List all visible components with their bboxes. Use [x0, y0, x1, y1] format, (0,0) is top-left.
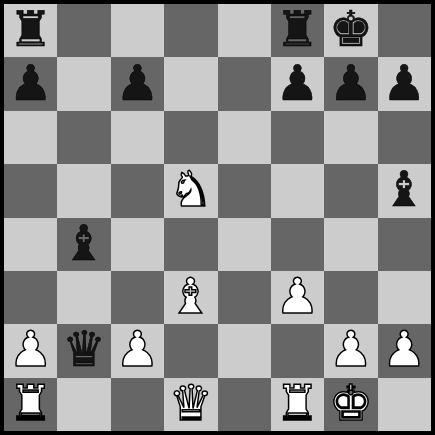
piece-white-pawn-g2[interactable]: ♟	[329, 325, 373, 374]
square-g1[interactable]: ♚	[324, 378, 377, 431]
square-a6[interactable]	[4, 111, 57, 164]
piece-black-bishop-b4[interactable]: ♝	[62, 219, 106, 268]
piece-black-pawn-c7[interactable]: ♟	[115, 59, 159, 108]
square-g5[interactable]	[324, 164, 377, 217]
square-c7[interactable]: ♟	[111, 57, 164, 110]
square-e3[interactable]	[218, 271, 271, 324]
piece-black-pawn-f7[interactable]: ♟	[276, 59, 320, 108]
square-d2[interactable]	[164, 324, 217, 377]
square-f4[interactable]	[271, 218, 324, 271]
square-d4[interactable]	[164, 218, 217, 271]
square-c8[interactable]	[111, 4, 164, 57]
square-f6[interactable]	[271, 111, 324, 164]
piece-black-bishop-h5[interactable]: ♝	[382, 165, 426, 214]
square-b6[interactable]	[57, 111, 110, 164]
square-f8[interactable]: ♜	[271, 4, 324, 57]
piece-white-king-g1[interactable]: ♚	[329, 379, 373, 428]
square-c4[interactable]	[111, 218, 164, 271]
piece-white-rook-a1[interactable]: ♜	[9, 379, 53, 428]
piece-white-queen-d1[interactable]: ♛	[169, 379, 213, 428]
piece-white-pawn-c2[interactable]: ♟	[115, 325, 159, 374]
square-a4[interactable]	[4, 218, 57, 271]
square-f1[interactable]: ♜	[271, 378, 324, 431]
piece-white-rook-f1[interactable]: ♜	[276, 379, 320, 428]
square-h3[interactable]	[378, 271, 431, 324]
square-h2[interactable]: ♟	[378, 324, 431, 377]
square-h1[interactable]	[378, 378, 431, 431]
square-c6[interactable]	[111, 111, 164, 164]
square-b8[interactable]	[57, 4, 110, 57]
square-d5[interactable]: ♞	[164, 164, 217, 217]
square-c3[interactable]	[111, 271, 164, 324]
square-e1[interactable]	[218, 378, 271, 431]
square-c5[interactable]	[111, 164, 164, 217]
square-d3[interactable]: ♝	[164, 271, 217, 324]
piece-black-pawn-h7[interactable]: ♟	[382, 59, 426, 108]
square-g2[interactable]: ♟	[324, 324, 377, 377]
square-c2[interactable]: ♟	[111, 324, 164, 377]
piece-black-king-g8[interactable]: ♚	[329, 5, 373, 54]
square-a7[interactable]: ♟	[4, 57, 57, 110]
square-a3[interactable]	[4, 271, 57, 324]
square-e8[interactable]	[218, 4, 271, 57]
square-d7[interactable]	[164, 57, 217, 110]
piece-white-knight-d5[interactable]: ♞	[169, 165, 213, 214]
piece-white-bishop-d3[interactable]: ♝	[169, 272, 213, 321]
piece-white-pawn-h2[interactable]: ♟	[382, 325, 426, 374]
piece-white-pawn-f3[interactable]: ♟	[276, 272, 320, 321]
square-d6[interactable]	[164, 111, 217, 164]
square-h6[interactable]	[378, 111, 431, 164]
square-g6[interactable]	[324, 111, 377, 164]
chess-board: ♜♜♚♟♟♟♟♟♞♝♝♝♟♟♛♟♟♟♜♛♜♚	[0, 0, 435, 435]
square-h7[interactable]: ♟	[378, 57, 431, 110]
square-e5[interactable]	[218, 164, 271, 217]
square-c1[interactable]	[111, 378, 164, 431]
square-h5[interactable]: ♝	[378, 164, 431, 217]
piece-black-rook-a8[interactable]: ♜	[9, 5, 53, 54]
square-h8[interactable]	[378, 4, 431, 57]
square-d1[interactable]: ♛	[164, 378, 217, 431]
square-e2[interactable]	[218, 324, 271, 377]
square-g8[interactable]: ♚	[324, 4, 377, 57]
piece-black-pawn-a7[interactable]: ♟	[9, 59, 53, 108]
square-b4[interactable]: ♝	[57, 218, 110, 271]
square-f3[interactable]: ♟	[271, 271, 324, 324]
square-e4[interactable]	[218, 218, 271, 271]
square-b7[interactable]	[57, 57, 110, 110]
square-g3[interactable]	[324, 271, 377, 324]
square-b2[interactable]: ♛	[57, 324, 110, 377]
square-b3[interactable]	[57, 271, 110, 324]
square-g7[interactable]: ♟	[324, 57, 377, 110]
piece-black-pawn-g7[interactable]: ♟	[329, 59, 373, 108]
piece-black-rook-f8[interactable]: ♜	[276, 5, 320, 54]
square-d8[interactable]	[164, 4, 217, 57]
square-a5[interactable]	[4, 164, 57, 217]
square-g4[interactable]	[324, 218, 377, 271]
square-a2[interactable]: ♟	[4, 324, 57, 377]
square-e7[interactable]	[218, 57, 271, 110]
square-h4[interactable]	[378, 218, 431, 271]
square-a1[interactable]: ♜	[4, 378, 57, 431]
square-b1[interactable]	[57, 378, 110, 431]
square-b5[interactable]	[57, 164, 110, 217]
square-f5[interactable]	[271, 164, 324, 217]
square-a8[interactable]: ♜	[4, 4, 57, 57]
piece-black-queen-b2[interactable]: ♛	[62, 325, 106, 374]
square-f2[interactable]	[271, 324, 324, 377]
piece-white-pawn-a2[interactable]: ♟	[9, 325, 53, 374]
square-f7[interactable]: ♟	[271, 57, 324, 110]
square-e6[interactable]	[218, 111, 271, 164]
